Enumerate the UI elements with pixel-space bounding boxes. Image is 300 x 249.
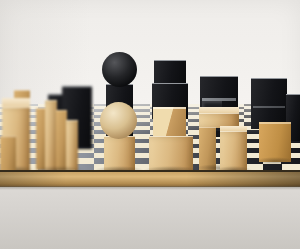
black-king-cap (154, 60, 186, 85)
bishop-prong-4 (66, 120, 78, 171)
white-bishop-b2[interactable] (36, 100, 78, 172)
pawn-body (259, 122, 291, 162)
white-pawn-h2[interactable] (259, 122, 291, 162)
table-surface (0, 187, 300, 249)
white-king-cap-cube (153, 107, 186, 138)
board-drop-shadow (0, 186, 300, 190)
white-king-e2[interactable] (149, 107, 193, 172)
white-queen-ball (100, 102, 137, 139)
bauhaus-chess-photo (0, 0, 300, 249)
white-pawn-a2[interactable] (0, 136, 16, 174)
white-queen-d2[interactable] (100, 102, 138, 172)
black-queen-ball (102, 52, 137, 87)
black-rook-g5[interactable] (251, 78, 287, 128)
piece-shadow (255, 157, 295, 165)
black-rook-top-highlight (253, 106, 285, 108)
pawn-front-face (220, 131, 247, 171)
white-pawn-body (0, 136, 16, 174)
white-pawn-g2[interactable] (220, 126, 247, 171)
